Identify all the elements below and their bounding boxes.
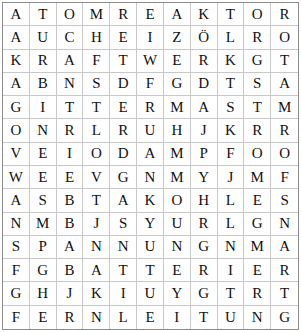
grid-cell[interactable]: O xyxy=(244,143,271,166)
grid-cell[interactable]: M xyxy=(244,236,271,259)
grid-cell[interactable]: E xyxy=(137,306,164,329)
grid-cell[interactable]: F xyxy=(137,73,164,96)
grid-cell[interactable]: T xyxy=(57,96,84,119)
grid-cell[interactable]: I xyxy=(164,306,191,329)
grid-cell[interactable]: K xyxy=(3,50,30,73)
grid-cell[interactable]: N xyxy=(110,236,137,259)
grid-cell[interactable]: V xyxy=(3,143,30,166)
grid-cell[interactable]: M xyxy=(164,96,191,119)
grid-cell[interactable]: W xyxy=(3,166,30,189)
grid-cell[interactable]: A xyxy=(271,73,298,96)
grid-cell[interactable]: F xyxy=(3,306,30,329)
grid-cell[interactable]: E xyxy=(110,96,137,119)
grid-cell[interactable]: N xyxy=(83,306,110,329)
grid-cell[interactable]: P xyxy=(30,236,57,259)
grid-cell[interactable]: F xyxy=(271,166,298,189)
grid-cell[interactable]: J xyxy=(83,213,110,236)
grid-cell[interactable]: K xyxy=(137,189,164,212)
grid-cell[interactable]: A xyxy=(57,236,84,259)
grid-cell[interactable]: R xyxy=(57,306,84,329)
grid-cell[interactable]: B xyxy=(57,189,84,212)
grid-cell[interactable]: R xyxy=(244,26,271,49)
grid-cell[interactable]: O xyxy=(271,26,298,49)
grid-cell[interactable]: E xyxy=(244,259,271,282)
grid-cell[interactable]: R xyxy=(30,50,57,73)
grid-cell[interactable]: M xyxy=(244,166,271,189)
grid-cell[interactable]: G xyxy=(3,282,30,305)
grid-cell[interactable]: E xyxy=(164,259,191,282)
grid-cell[interactable]: T xyxy=(218,3,245,26)
grid-cell[interactable]: D xyxy=(110,143,137,166)
grid-cell[interactable]: M xyxy=(164,143,191,166)
grid-cell[interactable]: I xyxy=(57,143,84,166)
grid-cell[interactable]: Ö xyxy=(191,26,218,49)
grid-cell[interactable]: G xyxy=(110,166,137,189)
grid-cell[interactable]: N xyxy=(57,73,84,96)
grid-cell[interactable]: T xyxy=(83,96,110,119)
grid-cell[interactable]: F xyxy=(83,50,110,73)
grid-cell[interactable]: R xyxy=(137,96,164,119)
grid-cell[interactable]: A xyxy=(3,73,30,96)
grid-cell[interactable]: I xyxy=(218,259,245,282)
grid-cell[interactable]: N xyxy=(271,213,298,236)
grid-cell[interactable]: N xyxy=(83,236,110,259)
grid-cell[interactable]: J xyxy=(191,119,218,142)
grid-cell[interactable]: F xyxy=(218,143,245,166)
grid-cell[interactable]: A xyxy=(83,259,110,282)
grid-cell[interactable]: U xyxy=(30,26,57,49)
grid-cell[interactable]: T xyxy=(110,50,137,73)
grid-cell[interactable]: I xyxy=(137,26,164,49)
grid-cell[interactable]: R xyxy=(191,259,218,282)
grid-cell[interactable]: A xyxy=(110,189,137,212)
grid-cell[interactable]: S xyxy=(244,73,271,96)
grid-cell[interactable]: L xyxy=(83,119,110,142)
grid-cell[interactable]: L xyxy=(110,306,137,329)
grid-cell[interactable]: A xyxy=(137,143,164,166)
grid-cell[interactable]: A xyxy=(57,50,84,73)
grid-cell[interactable]: E xyxy=(244,189,271,212)
grid-cell[interactable]: J xyxy=(57,282,84,305)
grid-cell[interactable]: O xyxy=(3,119,30,142)
grid-cell[interactable]: R xyxy=(271,259,298,282)
grid-cell[interactable]: E xyxy=(137,3,164,26)
grid-cell[interactable]: I xyxy=(30,96,57,119)
grid-cell[interactable]: T xyxy=(218,73,245,96)
grid-cell[interactable]: O xyxy=(57,3,84,26)
grid-cell[interactable]: T xyxy=(83,189,110,212)
grid-cell[interactable]: R xyxy=(191,50,218,73)
grid-cell[interactable]: M xyxy=(271,96,298,119)
grid-cell[interactable]: O xyxy=(83,143,110,166)
grid-cell[interactable]: G xyxy=(164,73,191,96)
grid-cell[interactable]: A xyxy=(191,96,218,119)
grid-cell[interactable]: O xyxy=(271,143,298,166)
grid-cell[interactable]: U xyxy=(137,282,164,305)
grid-cell[interactable]: G xyxy=(244,50,271,73)
grid-cell[interactable]: A xyxy=(3,189,30,212)
grid-cell[interactable]: H xyxy=(164,119,191,142)
grid-cell[interactable]: N xyxy=(30,119,57,142)
grid-cell[interactable]: E xyxy=(164,50,191,73)
grid-cell[interactable]: B xyxy=(57,259,84,282)
grid-cell[interactable]: A xyxy=(164,3,191,26)
grid-cell[interactable]: N xyxy=(218,236,245,259)
grid-cell[interactable]: O xyxy=(164,189,191,212)
grid-cell[interactable]: R xyxy=(244,282,271,305)
grid-cell[interactable]: A xyxy=(3,3,30,26)
grid-cell[interactable]: A xyxy=(271,236,298,259)
grid-cell[interactable]: C xyxy=(57,26,84,49)
grid-cell[interactable]: E xyxy=(30,306,57,329)
grid-cell[interactable]: V xyxy=(83,166,110,189)
grid-cell[interactable]: T xyxy=(218,282,245,305)
grid-cell[interactable]: G xyxy=(191,282,218,305)
grid-cell[interactable]: N xyxy=(3,213,30,236)
grid-cell[interactable]: E xyxy=(110,26,137,49)
grid-cell[interactable]: P xyxy=(191,143,218,166)
grid-cell[interactable]: R xyxy=(57,119,84,142)
grid-cell[interactable]: M xyxy=(30,213,57,236)
grid-cell[interactable]: G xyxy=(271,306,298,329)
grid-cell[interactable]: D xyxy=(191,73,218,96)
grid-cell[interactable]: B xyxy=(30,73,57,96)
grid-cell[interactable]: K xyxy=(191,3,218,26)
grid-cell[interactable]: S xyxy=(83,73,110,96)
grid-cell[interactable]: R xyxy=(271,119,298,142)
word-search-board: ATOMREAKTORAUCHEIZÖLROKRAFTWERKGTABNSDFG… xyxy=(2,2,299,330)
grid-cell[interactable]: T xyxy=(271,50,298,73)
grid-cell[interactable]: L xyxy=(218,189,245,212)
grid-cell[interactable]: N xyxy=(244,306,271,329)
grid-cell[interactable]: I xyxy=(110,282,137,305)
grid-cell[interactable]: K xyxy=(83,282,110,305)
grid-cell[interactable]: T xyxy=(244,96,271,119)
grid-cell[interactable]: T xyxy=(30,3,57,26)
grid-cell[interactable]: T xyxy=(137,259,164,282)
grid-cell[interactable]: F xyxy=(3,259,30,282)
grid-cell[interactable]: G xyxy=(3,96,30,119)
grid-cell[interactable]: T xyxy=(110,259,137,282)
grid-cell[interactable]: U xyxy=(137,236,164,259)
word-search-grid: ATOMREAKTORAUCHEIZÖLROKRAFTWERKGTABNSDFG… xyxy=(2,2,299,330)
grid-cell[interactable]: L xyxy=(218,26,245,49)
grid-cell[interactable]: A xyxy=(3,26,30,49)
grid-cell[interactable]: E xyxy=(57,166,84,189)
grid-cell[interactable]: U xyxy=(137,119,164,142)
grid-cell[interactable]: T xyxy=(191,306,218,329)
grid-cell[interactable]: S xyxy=(30,189,57,212)
grid-cell[interactable]: O xyxy=(244,3,271,26)
grid-cell[interactable]: J xyxy=(218,166,245,189)
grid-cell[interactable]: E xyxy=(30,166,57,189)
grid-cell[interactable]: Z xyxy=(164,26,191,49)
grid-cell[interactable]: R xyxy=(271,3,298,26)
grid-cell[interactable]: H xyxy=(30,282,57,305)
grid-cell[interactable]: N xyxy=(137,166,164,189)
grid-cell[interactable]: R xyxy=(110,119,137,142)
grid-cell[interactable]: K xyxy=(218,50,245,73)
grid-cell[interactable]: R xyxy=(110,3,137,26)
grid-cell[interactable]: G xyxy=(244,213,271,236)
grid-cell[interactable]: G xyxy=(30,259,57,282)
grid-cell[interactable]: D xyxy=(110,73,137,96)
grid-cell[interactable]: M xyxy=(164,166,191,189)
grid-cell[interactable]: H xyxy=(191,189,218,212)
grid-cell[interactable]: E xyxy=(30,143,57,166)
grid-cell[interactable]: G xyxy=(191,236,218,259)
grid-cell[interactable]: Y xyxy=(137,213,164,236)
grid-cell[interactable]: R xyxy=(191,213,218,236)
grid-cell[interactable]: K xyxy=(218,119,245,142)
grid-cell[interactable]: S xyxy=(3,236,30,259)
grid-cell[interactable]: W xyxy=(137,50,164,73)
grid-cell[interactable]: S xyxy=(218,96,245,119)
grid-cell[interactable]: B xyxy=(57,213,84,236)
grid-cell[interactable]: L xyxy=(218,213,245,236)
grid-cell[interactable]: T xyxy=(271,282,298,305)
grid-cell[interactable]: S xyxy=(271,189,298,212)
grid-cell[interactable]: Y xyxy=(164,282,191,305)
grid-cell[interactable]: U xyxy=(164,213,191,236)
grid-cell[interactable]: S xyxy=(110,213,137,236)
grid-cell[interactable]: R xyxy=(244,119,271,142)
grid-cell[interactable]: U xyxy=(218,306,245,329)
grid-cell[interactable]: N xyxy=(164,236,191,259)
grid-cell[interactable]: H xyxy=(83,26,110,49)
grid-cell[interactable]: Y xyxy=(191,166,218,189)
grid-cell[interactable]: M xyxy=(83,3,110,26)
